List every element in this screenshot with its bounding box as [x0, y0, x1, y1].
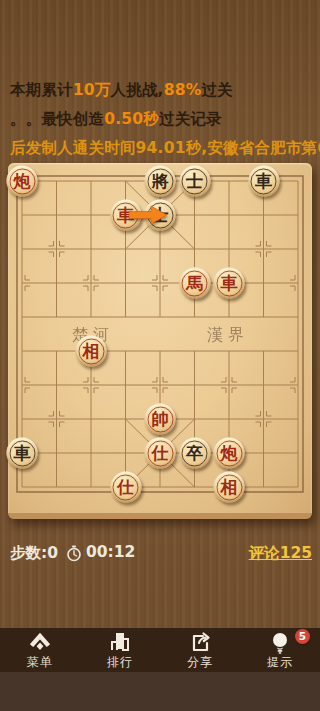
- nav-label: 排行: [88, 654, 152, 671]
- nav-item-hint[interactable]: 提示 5: [248, 630, 312, 671]
- piece-glyph: 相: [83, 343, 100, 360]
- piece-red-仕[interactable]: 仕: [145, 438, 176, 469]
- piece-red-馬[interactable]: 馬: [179, 268, 210, 299]
- piece-glyph: 卒: [186, 445, 203, 462]
- share-icon: [168, 630, 232, 654]
- bottom-navbar: 菜单 排行 分享: [0, 628, 320, 672]
- piece-glyph: 車: [14, 445, 31, 462]
- piece-red-炮[interactable]: 炮: [7, 166, 38, 197]
- stats-text: 人挑战,: [110, 81, 163, 99]
- ranking-icon: [88, 630, 152, 654]
- stats-challenge-line: 本期累计10万人挑战,88%过关: [10, 80, 233, 101]
- piece-red-帥[interactable]: 帥: [145, 404, 176, 435]
- status-row: 步数:0 00:12 评论125: [0, 543, 320, 565]
- piece-glyph: 將: [152, 173, 169, 190]
- stats-record-time: 0.50秒: [104, 110, 159, 128]
- stats-region-text: 后发制人通关时间94.01秒,安徽省合肥市第682: [10, 139, 320, 157]
- piece-black-車[interactable]: 車: [248, 166, 279, 197]
- piece-glyph: 士: [152, 207, 169, 224]
- stats-text: 过关: [201, 81, 232, 99]
- piece-black-車[interactable]: 車: [7, 438, 38, 469]
- stats-text: 本期累计: [10, 81, 73, 99]
- step-counter: 步数:0: [10, 543, 58, 564]
- bottom-filler: [0, 672, 320, 711]
- stats-region-line: 后发制人通关时间94.01秒,安徽省合肥市第682: [10, 138, 320, 159]
- stats-pass-rate: 88%: [164, 81, 202, 99]
- game-screen: 本期累计10万人挑战,88%过关 。。最快创造0.50秒过关记录 后发制人通关时…: [0, 0, 320, 711]
- piece-glyph: 帥: [152, 411, 169, 428]
- xiangqi-board[interactable]: 楚河 漢界 炮將士車車士馬車相帥車仕卒炮仕相: [8, 163, 312, 519]
- menu-icon: [8, 630, 72, 654]
- piece-glyph: 士: [186, 173, 203, 190]
- piece-red-相[interactable]: 相: [214, 472, 245, 503]
- piece-black-將[interactable]: 將: [145, 166, 176, 197]
- piece-glyph: 炮: [14, 173, 31, 190]
- piece-red-仕[interactable]: 仕: [110, 472, 141, 503]
- piece-glyph: 車: [117, 207, 134, 224]
- stats-text: 。。最快创造: [10, 110, 104, 128]
- piece-black-卒[interactable]: 卒: [179, 438, 210, 469]
- stats-text: 过关记录: [159, 110, 222, 128]
- piece-glyph: 仕: [117, 479, 134, 496]
- nav-label: 分享: [168, 654, 232, 671]
- piece-black-士[interactable]: 士: [179, 166, 210, 197]
- piece-black-士[interactable]: 士: [145, 200, 176, 231]
- timer-value: 00:12: [86, 543, 135, 561]
- comments-link[interactable]: 评论125: [249, 543, 312, 564]
- stats-count: 10万: [73, 81, 111, 99]
- nav-label: 提示: [248, 654, 312, 671]
- piece-glyph: 車: [255, 173, 272, 190]
- stats-record-line: 。。最快创造0.50秒过关记录: [10, 109, 222, 130]
- piece-red-炮[interactable]: 炮: [214, 438, 245, 469]
- clock-icon: [66, 545, 82, 566]
- piece-glyph: 馬: [186, 275, 203, 292]
- piece-glyph: 炮: [221, 445, 238, 462]
- nav-label: 菜单: [8, 654, 72, 671]
- piece-red-相[interactable]: 相: [76, 336, 107, 367]
- nav-item-share[interactable]: 分享: [168, 630, 232, 671]
- piece-glyph: 車: [221, 275, 238, 292]
- nav-item-ranking[interactable]: 排行: [88, 630, 152, 671]
- piece-glyph: 相: [221, 479, 238, 496]
- piece-glyph: 仕: [152, 445, 169, 462]
- nav-item-menu[interactable]: 菜单: [8, 630, 72, 671]
- hint-badge: 5: [295, 629, 310, 644]
- pieces-layer: 炮將士車車士馬車相帥車仕卒炮仕相: [8, 163, 312, 513]
- piece-red-車[interactable]: 車: [110, 200, 141, 231]
- piece-red-車[interactable]: 車: [214, 268, 245, 299]
